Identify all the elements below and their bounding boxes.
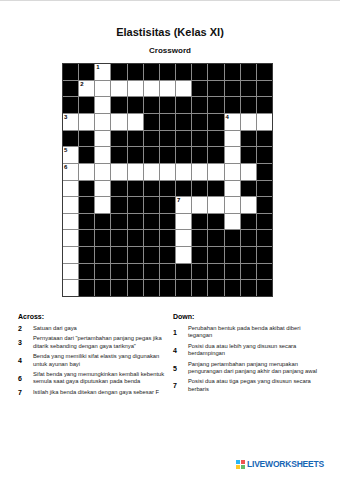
block-cell <box>192 230 207 246</box>
block-cell <box>208 97 223 113</box>
clue-item: 1Perubahan bentuk pada benda akibat dibe… <box>173 325 325 340</box>
block-cell <box>160 230 175 246</box>
block-cell <box>192 131 207 147</box>
block-cell <box>257 81 272 97</box>
block-cell <box>192 97 207 113</box>
block-cell <box>144 214 159 230</box>
answer-cell[interactable] <box>63 280 78 296</box>
clue-text: Panjang pertambahan panjang merupakan pe… <box>188 361 322 376</box>
worksheet-page: Elastisitas (Kelas XI) Crossword 1234567… <box>0 0 340 480</box>
block-cell <box>144 247 159 263</box>
answer-cell[interactable] <box>63 214 78 230</box>
block-cell <box>257 280 272 296</box>
answer-cell[interactable] <box>144 164 159 180</box>
clue-text: Posisi dua atau tiga pegas yang disusun … <box>188 378 322 393</box>
block-cell <box>79 147 94 163</box>
clue-item: 2Satuan dari gaya <box>18 325 173 332</box>
clue-item: 4Posisi dua atau lebih yang disusun seca… <box>173 343 325 358</box>
clue-number: 4 <box>226 114 229 121</box>
block-cell <box>79 230 94 246</box>
block-cell <box>192 280 207 296</box>
block-cell <box>208 147 223 163</box>
block-cell <box>208 280 223 296</box>
block-cell <box>111 147 126 163</box>
block-cell <box>257 164 272 180</box>
block-cell <box>241 181 256 197</box>
clue-item: 6Sifat benda yang memungkinkan kembali k… <box>18 371 173 386</box>
answer-cell[interactable] <box>79 164 94 180</box>
block-cell <box>257 247 272 263</box>
block-cell <box>144 131 159 147</box>
block-cell <box>95 214 110 230</box>
block-cell <box>225 64 240 80</box>
answer-cell[interactable]: 2 <box>79 81 94 97</box>
answer-cell[interactable] <box>192 164 207 180</box>
block-cell <box>79 97 94 113</box>
block-cell <box>192 81 207 97</box>
worksheet-title: Elastisitas (Kelas XI) <box>0 26 340 38</box>
crossword-grid: 1234567 <box>62 63 273 297</box>
block-cell <box>241 247 256 263</box>
clue-text: Sifat benda yang memungkinkan kembali ke… <box>33 371 173 386</box>
block-cell <box>208 247 223 263</box>
liveworksheets-wordmark: LIVEWORKSHEETS <box>247 459 324 469</box>
clue-list-number: 7 <box>173 382 188 389</box>
block-cell <box>225 280 240 296</box>
answer-cell[interactable] <box>225 164 240 180</box>
block-cell <box>257 64 272 80</box>
answer-cell[interactable] <box>176 81 191 97</box>
block-cell <box>111 230 126 246</box>
answer-cell[interactable] <box>176 247 191 263</box>
across-clue-list: 2Satuan dari gaya3Pernyataan dari "perta… <box>18 325 173 396</box>
clue-number: 7 <box>177 197 180 204</box>
block-cell <box>128 214 143 230</box>
block-cell <box>128 64 143 80</box>
block-cell <box>160 181 175 197</box>
clue-item: 3Pernyataan dari "pertambahan panjang pe… <box>18 335 173 350</box>
block-cell <box>176 181 191 197</box>
block-cell <box>192 264 207 280</box>
block-cell <box>241 64 256 80</box>
block-cell <box>241 264 256 280</box>
block-cell <box>192 114 207 130</box>
answer-cell[interactable] <box>241 164 256 180</box>
block-cell <box>176 114 191 130</box>
block-cell <box>111 280 126 296</box>
block-cell <box>257 264 272 280</box>
block-cell <box>111 264 126 280</box>
block-cell <box>111 131 126 147</box>
block-cell <box>225 247 240 263</box>
answer-cell[interactable]: 7 <box>176 197 191 213</box>
answer-cell[interactable] <box>128 164 143 180</box>
block-cell <box>160 64 175 80</box>
block-cell <box>176 264 191 280</box>
block-cell <box>241 280 256 296</box>
clue-list-number: 4 <box>173 347 188 354</box>
block-cell <box>128 131 143 147</box>
answer-cell[interactable]: 4 <box>225 114 240 130</box>
clue-list-number: 2 <box>18 325 33 332</box>
block-cell <box>241 97 256 113</box>
answer-cell[interactable] <box>192 197 207 213</box>
block-cell <box>144 114 159 130</box>
answer-cell[interactable] <box>95 81 110 97</box>
block-cell <box>79 264 94 280</box>
block-cell <box>176 131 191 147</box>
answer-cell[interactable] <box>63 230 78 246</box>
clue-list-number: 6 <box>18 375 33 382</box>
clue-text: Posisi dua atau lebih yang disusun secar… <box>188 343 322 358</box>
block-cell <box>160 147 175 163</box>
block-cell <box>257 230 272 246</box>
block-cell <box>208 264 223 280</box>
answer-cell[interactable] <box>160 164 175 180</box>
answer-cell[interactable] <box>241 197 256 213</box>
answer-cell[interactable] <box>257 114 272 130</box>
block-cell <box>63 64 78 80</box>
clue-number: 1 <box>96 64 99 71</box>
block-cell <box>79 181 94 197</box>
answer-cell[interactable] <box>208 197 223 213</box>
block-cell <box>79 214 94 230</box>
clue-list-number: 4 <box>18 357 33 364</box>
block-cell <box>192 64 207 80</box>
answer-cell[interactable] <box>128 81 143 97</box>
clue-item: 7Istilah jika benda ditekan dengan gaya … <box>18 389 173 396</box>
block-cell <box>241 131 256 147</box>
clue-list-number: 5 <box>173 365 188 372</box>
block-cell <box>176 147 191 163</box>
across-clues: Across: 2Satuan dari gaya3Pernyataan dar… <box>18 313 173 399</box>
block-cell <box>192 214 207 230</box>
block-cell <box>128 97 143 113</box>
block-cell <box>95 230 110 246</box>
block-cell <box>79 131 94 147</box>
block-cell <box>128 280 143 296</box>
answer-cell[interactable] <box>111 114 126 130</box>
block-cell <box>63 97 78 113</box>
block-cell <box>160 114 175 130</box>
block-cell <box>63 81 78 97</box>
block-cell <box>257 97 272 113</box>
clue-number: 2 <box>80 81 83 88</box>
block-cell <box>160 280 175 296</box>
block-cell <box>160 247 175 263</box>
liveworksheets-logo[interactable]: LIVEWORKSHEETS <box>236 457 324 471</box>
block-cell <box>144 97 159 113</box>
block-cell <box>111 214 126 230</box>
block-cell <box>176 64 191 80</box>
answer-cell[interactable] <box>144 81 159 97</box>
block-cell <box>144 64 159 80</box>
clue-item: 4Benda yang memiliki sifat elastis yang … <box>18 353 173 368</box>
clue-text: Pernyataan dari "pertambahan panjang peg… <box>33 335 173 350</box>
block-cell <box>241 81 256 97</box>
clue-list-number: 3 <box>18 339 33 346</box>
block-cell <box>241 230 256 246</box>
answer-cell[interactable] <box>95 181 110 197</box>
block-cell <box>160 214 175 230</box>
answer-cell[interactable] <box>225 181 240 197</box>
block-cell <box>225 97 240 113</box>
block-cell <box>95 264 110 280</box>
block-cell <box>144 147 159 163</box>
block-cell <box>257 197 272 213</box>
answer-cell[interactable] <box>225 147 240 163</box>
block-cell <box>111 64 126 80</box>
block-cell <box>176 280 191 296</box>
answer-cell[interactable] <box>63 247 78 263</box>
crossword-subtitle: Crossword <box>0 46 340 55</box>
answer-cell[interactable]: 1 <box>95 64 110 80</box>
answer-cell[interactable] <box>176 164 191 180</box>
clue-number: 5 <box>64 147 67 154</box>
answer-cell[interactable] <box>95 164 110 180</box>
block-cell <box>144 264 159 280</box>
block-cell <box>225 264 240 280</box>
block-cell <box>95 247 110 263</box>
clue-text: Satuan dari gaya <box>33 325 173 332</box>
block-cell <box>257 147 272 163</box>
answer-cell[interactable] <box>111 164 126 180</box>
answer-cell[interactable]: 5 <box>63 147 78 163</box>
answer-cell[interactable] <box>95 197 110 213</box>
clue-text: Istilah jika benda ditekan dengan gaya s… <box>33 389 173 396</box>
block-cell <box>257 181 272 197</box>
block-cell <box>111 247 126 263</box>
block-cell <box>128 247 143 263</box>
block-cell <box>208 81 223 97</box>
answer-cell[interactable] <box>176 230 191 246</box>
block-cell <box>128 181 143 197</box>
block-cell <box>79 64 94 80</box>
block-cell <box>241 147 256 163</box>
block-cell <box>128 197 143 213</box>
answer-cell[interactable] <box>95 97 110 113</box>
clue-item: 7Posisi dua atau tiga pegas yang disusun… <box>173 378 325 393</box>
clue-number: 3 <box>64 114 67 121</box>
answer-cell[interactable] <box>95 131 110 147</box>
block-cell <box>160 97 175 113</box>
clue-text: Perubahan bentuk pada benda akibat diber… <box>188 325 322 340</box>
block-cell <box>225 230 240 246</box>
block-cell <box>79 247 94 263</box>
answer-cell[interactable] <box>63 181 78 197</box>
block-cell <box>208 114 223 130</box>
block-cell <box>192 147 207 163</box>
answer-cell[interactable] <box>225 131 240 147</box>
block-cell <box>144 181 159 197</box>
answer-cell[interactable] <box>79 114 94 130</box>
block-cell <box>208 131 223 147</box>
block-cell <box>241 214 256 230</box>
answer-cell[interactable] <box>225 197 240 213</box>
block-cell <box>192 247 207 263</box>
block-cell <box>128 147 143 163</box>
block-cell <box>208 64 223 80</box>
block-cell <box>144 197 159 213</box>
answer-cell[interactable] <box>95 147 110 163</box>
block-cell <box>257 131 272 147</box>
answer-cell[interactable]: 6 <box>63 164 78 180</box>
down-clues: Down: 1Perubahan bentuk pada benda akiba… <box>173 313 325 396</box>
clue-list-number: 7 <box>18 389 33 396</box>
block-cell <box>128 264 143 280</box>
block-cell <box>176 97 191 113</box>
answer-cell[interactable]: 3 <box>63 114 78 130</box>
block-cell <box>111 197 126 213</box>
answer-cell[interactable] <box>208 164 223 180</box>
block-cell <box>79 280 94 296</box>
answer-cell[interactable] <box>225 214 240 230</box>
answer-cell[interactable] <box>111 81 126 97</box>
block-cell <box>144 230 159 246</box>
clue-text: Benda yang memiliki sifat elastis yang d… <box>33 353 173 368</box>
block-cell <box>95 280 110 296</box>
block-cell <box>160 264 175 280</box>
block-cell <box>144 280 159 296</box>
block-cell <box>208 181 223 197</box>
liveworksheets-grid-icon <box>236 460 245 469</box>
across-header: Across: <box>18 313 173 320</box>
block-cell <box>111 181 126 197</box>
down-header: Down: <box>173 313 325 320</box>
answer-cell[interactable] <box>160 81 175 97</box>
block-cell <box>63 131 78 147</box>
block-cell <box>111 97 126 113</box>
clue-number: 6 <box>64 164 67 171</box>
clue-list-number: 1 <box>173 329 188 336</box>
block-cell <box>192 181 207 197</box>
block-cell <box>128 230 143 246</box>
block-cell <box>208 230 223 246</box>
block-cell <box>257 214 272 230</box>
block-cell <box>79 197 94 213</box>
answer-cell[interactable] <box>63 197 78 213</box>
block-cell <box>160 131 175 147</box>
answer-cell[interactable] <box>176 214 191 230</box>
block-cell <box>225 81 240 97</box>
block-cell <box>160 197 175 213</box>
clue-item: 5Panjang pertambahan panjang merupakan p… <box>173 361 325 376</box>
block-cell <box>208 214 223 230</box>
answer-cell[interactable] <box>241 114 256 130</box>
down-clue-list: 1Perubahan bentuk pada benda akibat dibe… <box>173 325 325 393</box>
answer-cell[interactable] <box>128 114 143 130</box>
answer-cell[interactable] <box>63 264 78 280</box>
answer-cell[interactable] <box>95 114 110 130</box>
